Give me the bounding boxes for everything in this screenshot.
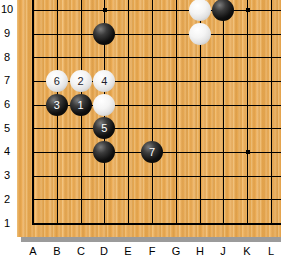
intersection-J5[interactable]	[211, 116, 235, 140]
row-label-7: 7	[0, 74, 14, 88]
intersection-H9[interactable]	[188, 22, 212, 46]
intersection-A6[interactable]	[21, 93, 45, 117]
intersection-K2[interactable]	[235, 187, 259, 211]
move-number-7: 7	[149, 141, 155, 163]
intersection-C4[interactable]	[69, 140, 93, 164]
intersection-E9[interactable]	[116, 22, 140, 46]
intersection-G6[interactable]	[164, 93, 188, 117]
intersection-E3[interactable]	[116, 164, 140, 188]
intersection-C7[interactable]: 2	[69, 69, 93, 93]
intersection-G7[interactable]	[164, 69, 188, 93]
intersection-H4[interactable]	[188, 140, 212, 164]
intersection-K9[interactable]	[235, 22, 259, 46]
move-number-1: 1	[78, 94, 84, 116]
intersection-H5[interactable]	[188, 116, 212, 140]
intersection-D4[interactable]	[92, 140, 116, 164]
intersection-G1[interactable]	[164, 211, 188, 235]
intersection-E5[interactable]	[116, 116, 140, 140]
intersection-B2[interactable]	[45, 187, 69, 211]
move-number-2: 2	[78, 70, 84, 92]
intersection-E7[interactable]	[116, 69, 140, 93]
intersection-K7[interactable]	[235, 69, 259, 93]
white-stone-D6	[93, 94, 115, 116]
intersection-A5[interactable]	[21, 116, 45, 140]
intersection-C1[interactable]	[69, 211, 93, 235]
col-label-H: H	[193, 245, 207, 259]
intersection-L3[interactable]	[259, 164, 281, 188]
col-label-J: J	[216, 245, 230, 259]
intersection-B8[interactable]	[45, 46, 69, 70]
intersection-A8[interactable]	[21, 46, 45, 70]
intersection-G9[interactable]	[164, 22, 188, 46]
intersection-A10[interactable]	[21, 0, 45, 22]
intersection-C6[interactable]: 1	[69, 93, 93, 117]
col-label-B: B	[50, 245, 64, 259]
row-label-4: 4	[0, 145, 14, 159]
intersection-D8[interactable]	[92, 46, 116, 70]
intersection-J1[interactable]	[211, 211, 235, 235]
intersection-B4[interactable]	[45, 140, 69, 164]
intersection-K1[interactable]	[235, 211, 259, 235]
black-stone-J10	[212, 0, 234, 21]
black-stone-D5: 5	[93, 117, 115, 139]
intersection-A7[interactable]	[21, 69, 45, 93]
intersection-J7[interactable]	[211, 69, 235, 93]
intersection-K6[interactable]	[235, 93, 259, 117]
col-label-F: F	[145, 245, 159, 259]
white-stone-B7: 6	[46, 70, 68, 92]
black-stone-F4: 7	[141, 141, 163, 163]
go-board-grid: 6243157	[21, 0, 281, 235]
white-stone-D7: 4	[93, 70, 115, 92]
intersection-F2[interactable]	[140, 187, 164, 211]
intersection-B3[interactable]	[45, 164, 69, 188]
intersection-E10[interactable]	[116, 0, 140, 22]
intersection-C8[interactable]	[69, 46, 93, 70]
intersection-J4[interactable]	[211, 140, 235, 164]
intersection-K8[interactable]	[235, 46, 259, 70]
intersection-B10[interactable]	[45, 0, 69, 22]
intersection-E1[interactable]	[116, 211, 140, 235]
black-stone-D4	[93, 141, 115, 163]
intersection-H10[interactable]	[188, 0, 212, 22]
col-label-C: C	[74, 245, 88, 259]
intersection-L7[interactable]	[259, 69, 281, 93]
intersection-E8[interactable]	[116, 46, 140, 70]
col-label-G: G	[169, 245, 183, 259]
move-number-4: 4	[101, 70, 107, 92]
intersection-H3[interactable]	[188, 164, 212, 188]
intersection-B7[interactable]: 6	[45, 69, 69, 93]
intersection-A3[interactable]	[21, 164, 45, 188]
intersection-H2[interactable]	[188, 187, 212, 211]
intersection-G4[interactable]	[164, 140, 188, 164]
intersection-E4[interactable]	[116, 140, 140, 164]
intersection-L4[interactable]	[259, 140, 281, 164]
intersection-F1[interactable]	[140, 211, 164, 235]
intersection-J6[interactable]	[211, 93, 235, 117]
row-label-9: 9	[0, 27, 14, 41]
col-label-L: L	[264, 245, 278, 259]
intersection-D9[interactable]	[92, 22, 116, 46]
black-stone-B6: 3	[46, 94, 68, 116]
intersection-C9[interactable]	[69, 22, 93, 46]
intersection-G8[interactable]	[164, 46, 188, 70]
intersection-L2[interactable]	[259, 187, 281, 211]
row-label-8: 8	[0, 51, 14, 65]
intersection-J10[interactable]	[211, 0, 235, 22]
intersection-K10[interactable]	[235, 0, 259, 22]
intersection-L6[interactable]	[259, 93, 281, 117]
intersection-F5[interactable]	[140, 116, 164, 140]
row-label-6: 6	[0, 98, 14, 112]
black-stone-D9	[93, 23, 115, 45]
intersection-F4[interactable]: 7	[140, 140, 164, 164]
intersection-J9[interactable]	[211, 22, 235, 46]
intersection-F8[interactable]	[140, 46, 164, 70]
move-number-5: 5	[101, 117, 107, 139]
intersection-D6[interactable]	[92, 93, 116, 117]
row-label-5: 5	[0, 122, 14, 136]
intersection-E6[interactable]	[116, 93, 140, 117]
intersection-E2[interactable]	[116, 187, 140, 211]
intersection-J3[interactable]	[211, 164, 235, 188]
go-diagram-window: 6243157 12345678910 ABCDEFGHJKL	[0, 0, 281, 260]
col-label-E: E	[121, 245, 135, 259]
intersection-A4[interactable]	[21, 140, 45, 164]
white-stone-H10	[189, 0, 211, 21]
intersection-K4[interactable]	[235, 140, 259, 164]
black-stone-C6: 1	[70, 94, 92, 116]
intersection-D5[interactable]: 5	[92, 116, 116, 140]
intersection-B9[interactable]	[45, 22, 69, 46]
intersection-K5[interactable]	[235, 116, 259, 140]
intersection-L9[interactable]	[259, 22, 281, 46]
intersection-D2[interactable]	[92, 187, 116, 211]
intersection-A1[interactable]	[21, 211, 45, 235]
intersection-K3[interactable]	[235, 164, 259, 188]
intersection-G3[interactable]	[164, 164, 188, 188]
intersection-F6[interactable]	[140, 93, 164, 117]
move-number-6: 6	[54, 70, 60, 92]
col-label-D: D	[97, 245, 111, 259]
intersection-G5[interactable]	[164, 116, 188, 140]
row-label-2: 2	[0, 193, 14, 207]
intersection-C2[interactable]	[69, 187, 93, 211]
move-number-3: 3	[54, 94, 60, 116]
intersection-C3[interactable]	[69, 164, 93, 188]
intersection-J2[interactable]	[211, 187, 235, 211]
intersection-C5[interactable]	[69, 116, 93, 140]
intersection-H7[interactable]	[188, 69, 212, 93]
board-shadow	[21, 237, 281, 242]
intersection-F10[interactable]	[140, 0, 164, 22]
intersection-A9[interactable]	[21, 22, 45, 46]
intersection-F3[interactable]	[140, 164, 164, 188]
intersection-B1[interactable]	[45, 211, 69, 235]
intersection-B6[interactable]: 3	[45, 93, 69, 117]
row-label-3: 3	[0, 169, 14, 183]
intersection-H6[interactable]	[188, 93, 212, 117]
white-stone-C7: 2	[70, 70, 92, 92]
intersection-F9[interactable]	[140, 22, 164, 46]
intersection-D7[interactable]: 4	[92, 69, 116, 93]
row-label-10: 10	[0, 3, 14, 17]
col-label-A: A	[26, 245, 40, 259]
intersection-C10[interactable]	[69, 0, 93, 22]
intersection-A2[interactable]	[21, 187, 45, 211]
intersection-D10[interactable]	[92, 0, 116, 22]
intersection-J8[interactable]	[211, 46, 235, 70]
row-label-1: 1	[0, 217, 14, 231]
intersection-F7[interactable]	[140, 69, 164, 93]
intersection-H1[interactable]	[188, 211, 212, 235]
intersection-G10[interactable]	[164, 0, 188, 22]
intersection-B5[interactable]	[45, 116, 69, 140]
intersection-L8[interactable]	[259, 46, 281, 70]
intersection-D1[interactable]	[92, 211, 116, 235]
white-stone-H9	[189, 23, 211, 45]
intersection-D3[interactable]	[92, 164, 116, 188]
intersection-L5[interactable]	[259, 116, 281, 140]
intersection-G2[interactable]	[164, 187, 188, 211]
intersection-L1[interactable]	[259, 211, 281, 235]
intersection-H8[interactable]	[188, 46, 212, 70]
intersection-L10[interactable]	[259, 0, 281, 22]
col-label-K: K	[240, 245, 254, 259]
